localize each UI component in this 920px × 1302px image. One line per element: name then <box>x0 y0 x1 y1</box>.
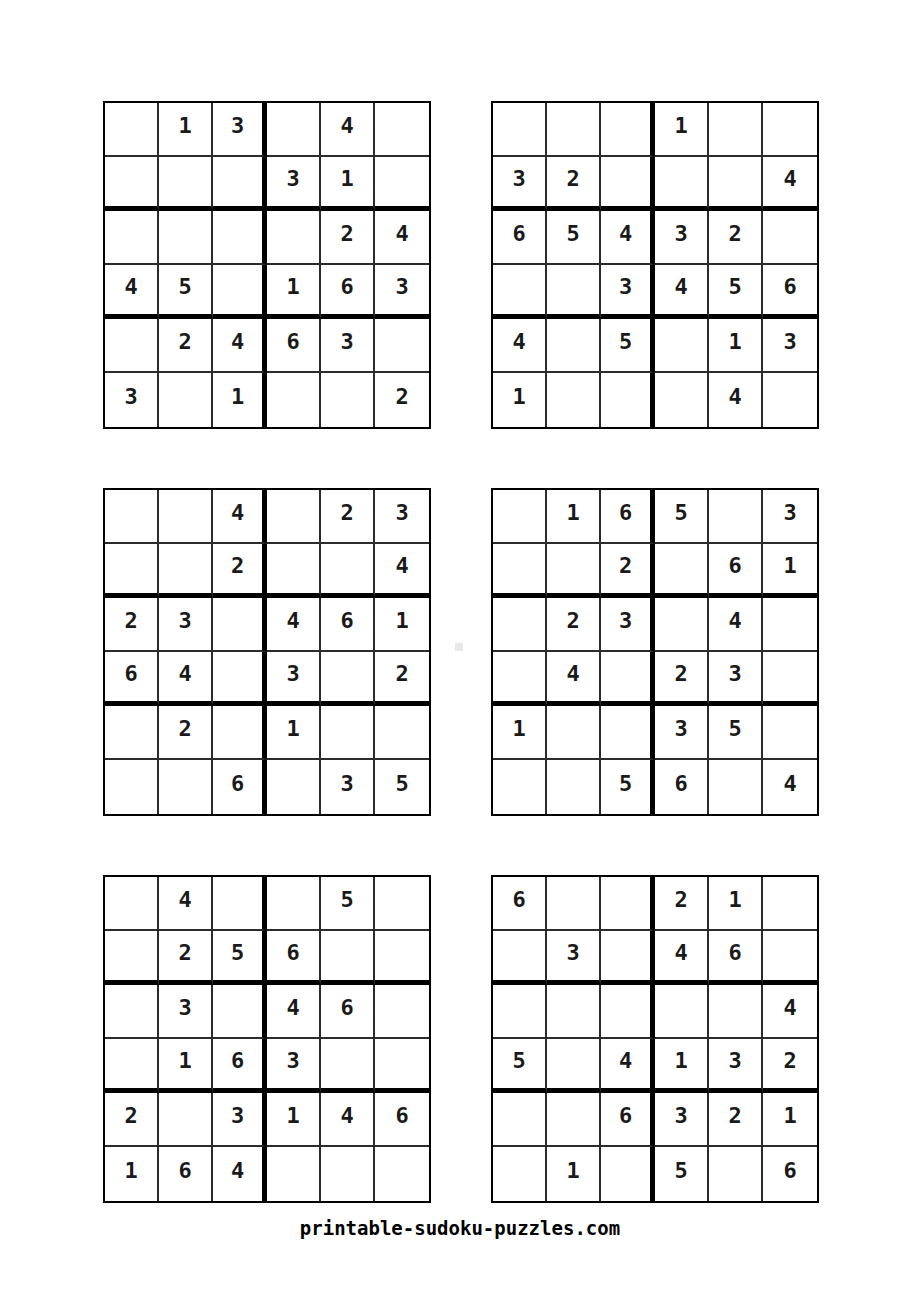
given-digit-r4c4: 3 <box>267 652 321 706</box>
empty-cell-r5c6 <box>763 706 817 760</box>
given-digit-r6c1: 3 <box>105 373 159 427</box>
given-digit-r5c4: 3 <box>655 706 709 760</box>
empty-cell-r1c6 <box>375 103 429 157</box>
empty-cell-r1c6 <box>763 103 817 157</box>
given-digit-r3c6: 1 <box>375 598 429 652</box>
given-digit-r2c2: 2 <box>547 157 601 211</box>
given-digit-r3c5: 2 <box>709 211 763 265</box>
empty-cell-r1c3 <box>601 103 655 157</box>
given-digit-r2c2: 3 <box>547 931 601 985</box>
given-digit-r5c2: 2 <box>159 319 213 373</box>
empty-cell-r1c4 <box>267 490 321 544</box>
empty-cell-r2c1 <box>105 544 159 598</box>
given-digit-r5c4: 1 <box>267 1093 321 1147</box>
given-digit-r5c1: 2 <box>105 1093 159 1147</box>
given-digit-r1c5: 1 <box>709 877 763 931</box>
empty-cell-r3c4 <box>655 985 709 1039</box>
empty-cell-r3c4 <box>267 211 321 265</box>
empty-cell-r5c2 <box>547 1093 601 1147</box>
given-digit-r2c5: 6 <box>709 931 763 985</box>
empty-cell-r6c4 <box>267 373 321 427</box>
given-digit-r4c1: 4 <box>105 265 159 319</box>
given-digit-r4c4: 3 <box>267 1039 321 1093</box>
empty-cell-r5c1 <box>105 319 159 373</box>
empty-cell-r5c3 <box>213 706 267 760</box>
empty-cell-r6c6 <box>375 1147 429 1201</box>
given-digit-r4c4: 1 <box>267 265 321 319</box>
given-digit-r3c5: 6 <box>321 985 375 1039</box>
empty-cell-r6c2 <box>547 373 601 427</box>
empty-cell-r5c6 <box>375 319 429 373</box>
empty-cell-r2c4 <box>655 157 709 211</box>
given-digit-r5c6: 3 <box>763 319 817 373</box>
empty-cell-r2c1 <box>493 931 547 985</box>
site-footer-text: printable-sudoku-puzzles.com <box>0 1217 920 1239</box>
empty-cell-r4c3 <box>213 265 267 319</box>
given-digit-r5c1: 1 <box>493 706 547 760</box>
given-digit-r6c4: 5 <box>655 1147 709 1201</box>
empty-cell-r2c4 <box>267 544 321 598</box>
empty-cell-r1c1 <box>105 877 159 931</box>
empty-cell-r1c2 <box>547 877 601 931</box>
given-digit-r3c2: 3 <box>159 985 213 1039</box>
empty-cell-r2c6 <box>375 931 429 985</box>
empty-cell-r6c4 <box>655 373 709 427</box>
empty-cell-r1c4 <box>267 877 321 931</box>
given-digit-r3c5: 6 <box>321 598 375 652</box>
empty-cell-r5c3 <box>601 706 655 760</box>
empty-cell-r2c6 <box>763 931 817 985</box>
empty-cell-r5c5 <box>321 706 375 760</box>
empty-cell-r2c4 <box>655 544 709 598</box>
given-digit-r2c4: 3 <box>267 157 321 211</box>
given-digit-r1c5: 4 <box>321 103 375 157</box>
empty-cell-r2c2 <box>159 157 213 211</box>
given-digit-r3c4: 3 <box>655 211 709 265</box>
empty-cell-r1c5 <box>709 490 763 544</box>
given-digit-r2c3: 5 <box>213 931 267 985</box>
empty-cell-r3c4 <box>655 598 709 652</box>
given-digit-r1c5: 2 <box>321 490 375 544</box>
given-digit-r4c3: 3 <box>601 265 655 319</box>
given-digit-r2c4: 6 <box>267 931 321 985</box>
empty-cell-r6c6 <box>763 373 817 427</box>
empty-cell-r3c1 <box>493 985 547 1039</box>
sudoku-grid-2: 1324654323456451314 <box>491 101 819 429</box>
given-digit-r4c6: 2 <box>375 652 429 706</box>
empty-cell-r6c5 <box>709 760 763 814</box>
given-digit-r2c3: 2 <box>213 544 267 598</box>
given-digit-r3c2: 2 <box>547 598 601 652</box>
sudoku-grid-6: 6213464541326321156 <box>491 875 819 1203</box>
given-digit-r2c5: 6 <box>709 544 763 598</box>
given-digit-r6c2: 6 <box>159 1147 213 1201</box>
given-digit-r4c5: 3 <box>709 1039 763 1093</box>
sudoku-grid-1: 1343124451632463312 <box>103 101 431 429</box>
empty-cell-r5c1 <box>105 706 159 760</box>
given-digit-r4c6: 3 <box>375 265 429 319</box>
given-digit-r4c5: 6 <box>321 265 375 319</box>
given-digit-r5c6: 6 <box>375 1093 429 1147</box>
given-digit-r1c4: 1 <box>655 103 709 157</box>
given-digit-r2c4: 4 <box>655 931 709 985</box>
empty-cell-r1c6 <box>763 877 817 931</box>
given-digit-r3c4: 4 <box>267 985 321 1039</box>
given-digit-r5c3: 5 <box>601 319 655 373</box>
empty-cell-r4c3 <box>213 652 267 706</box>
given-digit-r6c1: 1 <box>493 373 547 427</box>
empty-cell-r6c2 <box>159 760 213 814</box>
given-digit-r1c3: 4 <box>213 490 267 544</box>
given-digit-r4c2: 5 <box>159 265 213 319</box>
empty-cell-r6c4 <box>267 1147 321 1201</box>
given-digit-r4c2: 4 <box>547 652 601 706</box>
empty-cell-r5c2 <box>547 706 601 760</box>
sudoku-grid-4: 1653261234423135564 <box>491 488 819 816</box>
given-digit-r6c6: 4 <box>763 760 817 814</box>
empty-cell-r4c1 <box>493 652 547 706</box>
given-digit-r6c1: 1 <box>105 1147 159 1201</box>
empty-cell-r1c4 <box>267 103 321 157</box>
empty-cell-r1c1 <box>105 490 159 544</box>
watermark-dot <box>455 643 463 651</box>
given-digit-r2c6: 1 <box>763 544 817 598</box>
empty-cell-r6c1 <box>105 760 159 814</box>
empty-cell-r2c3 <box>213 157 267 211</box>
sudoku-grid-5: 4525634616323146164 <box>103 875 431 1203</box>
empty-cell-r3c1 <box>493 598 547 652</box>
puzzle-sheet: 1343124451632463312 1324654323456451314 … <box>0 0 920 1302</box>
given-digit-r4c6: 2 <box>763 1039 817 1093</box>
empty-cell-r4c6 <box>763 652 817 706</box>
empty-cell-r3c3 <box>213 211 267 265</box>
given-digit-r1c6: 3 <box>763 490 817 544</box>
empty-cell-r4c2 <box>547 1039 601 1093</box>
empty-cell-r1c6 <box>375 877 429 931</box>
given-digit-r3c3: 3 <box>601 598 655 652</box>
given-digit-r3c1: 6 <box>493 211 547 265</box>
given-digit-r3c3: 4 <box>601 211 655 265</box>
empty-cell-r6c2 <box>547 760 601 814</box>
given-digit-r3c5: 2 <box>321 211 375 265</box>
given-digit-r4c5: 3 <box>709 652 763 706</box>
empty-cell-r4c2 <box>547 265 601 319</box>
given-digit-r1c3: 6 <box>601 490 655 544</box>
given-digit-r5c4: 6 <box>267 319 321 373</box>
given-digit-r1c4: 5 <box>655 490 709 544</box>
empty-cell-r4c1 <box>493 265 547 319</box>
empty-cell-r3c3 <box>601 985 655 1039</box>
empty-cell-r6c3 <box>601 1147 655 1201</box>
empty-cell-r6c3 <box>601 373 655 427</box>
given-digit-r3c4: 4 <box>267 598 321 652</box>
given-digit-r6c3: 4 <box>213 1147 267 1201</box>
empty-cell-r3c1 <box>105 985 159 1039</box>
given-digit-r2c6: 4 <box>763 157 817 211</box>
given-digit-r5c5: 2 <box>709 1093 763 1147</box>
given-digit-r4c1: 6 <box>105 652 159 706</box>
given-digit-r2c6: 4 <box>375 544 429 598</box>
given-digit-r6c6: 6 <box>763 1147 817 1201</box>
empty-cell-r6c2 <box>159 373 213 427</box>
given-digit-r6c5: 4 <box>709 373 763 427</box>
empty-cell-r3c5 <box>709 985 763 1039</box>
empty-cell-r1c2 <box>159 490 213 544</box>
given-digit-r4c4: 4 <box>655 265 709 319</box>
empty-cell-r4c5 <box>321 652 375 706</box>
empty-cell-r4c3 <box>601 652 655 706</box>
empty-cell-r1c1 <box>493 103 547 157</box>
empty-cell-r2c5 <box>709 157 763 211</box>
empty-cell-r4c1 <box>105 1039 159 1093</box>
empty-cell-r5c6 <box>375 706 429 760</box>
empty-cell-r6c5 <box>321 373 375 427</box>
given-digit-r6c3: 6 <box>213 760 267 814</box>
given-digit-r5c3: 6 <box>601 1093 655 1147</box>
given-digit-r2c1: 3 <box>493 157 547 211</box>
given-digit-r5c4: 1 <box>267 706 321 760</box>
given-digit-r6c2: 1 <box>547 1147 601 1201</box>
empty-cell-r3c6 <box>763 211 817 265</box>
given-digit-r4c6: 6 <box>763 265 817 319</box>
empty-cell-r2c3 <box>601 157 655 211</box>
empty-cell-r2c1 <box>493 544 547 598</box>
given-digit-r6c3: 1 <box>213 373 267 427</box>
empty-cell-r3c3 <box>213 985 267 1039</box>
empty-cell-r6c5 <box>709 1147 763 1201</box>
given-digit-r6c3: 5 <box>601 760 655 814</box>
given-digit-r6c4: 6 <box>655 760 709 814</box>
given-digit-r3c6: 4 <box>375 211 429 265</box>
empty-cell-r2c5 <box>321 544 375 598</box>
given-digit-r3c2: 3 <box>159 598 213 652</box>
given-digit-r4c4: 2 <box>655 652 709 706</box>
given-digit-r4c5: 5 <box>709 265 763 319</box>
given-digit-r1c6: 3 <box>375 490 429 544</box>
given-digit-r5c6: 1 <box>763 1093 817 1147</box>
given-digit-r5c5: 4 <box>321 1093 375 1147</box>
given-digit-r3c1: 2 <box>105 598 159 652</box>
given-digit-r5c2: 2 <box>159 706 213 760</box>
given-digit-r5c5: 3 <box>321 319 375 373</box>
empty-cell-r6c5 <box>321 1147 375 1201</box>
given-digit-r4c2: 1 <box>159 1039 213 1093</box>
empty-cell-r3c1 <box>105 211 159 265</box>
empty-cell-r6c1 <box>493 760 547 814</box>
empty-cell-r2c6 <box>375 157 429 211</box>
given-digit-r4c1: 5 <box>493 1039 547 1093</box>
empty-cell-r5c4 <box>655 319 709 373</box>
empty-cell-r1c2 <box>547 103 601 157</box>
given-digit-r5c1: 4 <box>493 319 547 373</box>
empty-cell-r3c6 <box>763 598 817 652</box>
empty-cell-r1c1 <box>105 103 159 157</box>
empty-cell-r4c5 <box>321 1039 375 1093</box>
given-digit-r5c5: 5 <box>709 706 763 760</box>
empty-cell-r1c5 <box>709 103 763 157</box>
given-digit-r2c3: 2 <box>601 544 655 598</box>
empty-cell-r2c2 <box>547 544 601 598</box>
given-digit-r1c5: 5 <box>321 877 375 931</box>
given-digit-r1c2: 1 <box>159 103 213 157</box>
empty-cell-r5c1 <box>493 1093 547 1147</box>
given-digit-r5c3: 3 <box>213 1093 267 1147</box>
empty-cell-r5c2 <box>547 319 601 373</box>
empty-cell-r2c1 <box>105 931 159 985</box>
given-digit-r3c5: 4 <box>709 598 763 652</box>
given-digit-r6c5: 3 <box>321 760 375 814</box>
empty-cell-r4c6 <box>375 1039 429 1093</box>
empty-cell-r5c2 <box>159 1093 213 1147</box>
given-digit-r4c3: 6 <box>213 1039 267 1093</box>
given-digit-r2c2: 2 <box>159 931 213 985</box>
given-digit-r1c1: 6 <box>493 877 547 931</box>
empty-cell-r6c4 <box>267 760 321 814</box>
given-digit-r3c6: 4 <box>763 985 817 1039</box>
empty-cell-r3c2 <box>547 985 601 1039</box>
empty-cell-r3c3 <box>213 598 267 652</box>
empty-cell-r1c3 <box>213 877 267 931</box>
given-digit-r4c4: 1 <box>655 1039 709 1093</box>
given-digit-r1c4: 2 <box>655 877 709 931</box>
empty-cell-r2c2 <box>159 544 213 598</box>
given-digit-r6c6: 2 <box>375 373 429 427</box>
empty-cell-r6c1 <box>493 1147 547 1201</box>
sudoku-grid-3: 4232423461643221635 <box>103 488 431 816</box>
given-digit-r4c3: 4 <box>601 1039 655 1093</box>
given-digit-r5c4: 3 <box>655 1093 709 1147</box>
empty-cell-r1c3 <box>601 877 655 931</box>
given-digit-r1c3: 3 <box>213 103 267 157</box>
empty-cell-r2c5 <box>321 931 375 985</box>
given-digit-r1c2: 1 <box>547 490 601 544</box>
given-digit-r4c2: 4 <box>159 652 213 706</box>
empty-cell-r3c6 <box>375 985 429 1039</box>
given-digit-r5c5: 1 <box>709 319 763 373</box>
given-digit-r5c3: 4 <box>213 319 267 373</box>
given-digit-r2c5: 1 <box>321 157 375 211</box>
given-digit-r6c6: 5 <box>375 760 429 814</box>
given-digit-r1c2: 4 <box>159 877 213 931</box>
empty-cell-r1c1 <box>493 490 547 544</box>
given-digit-r3c2: 5 <box>547 211 601 265</box>
empty-cell-r3c2 <box>159 211 213 265</box>
empty-cell-r2c3 <box>601 931 655 985</box>
empty-cell-r2c1 <box>105 157 159 211</box>
